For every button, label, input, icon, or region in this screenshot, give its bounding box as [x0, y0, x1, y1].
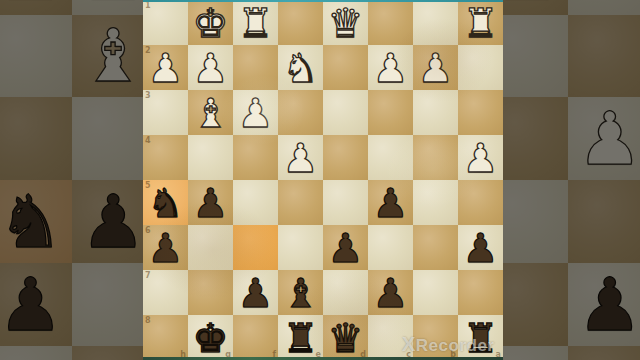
- white-bishop-piece[interactable]: ♝: [193, 93, 229, 133]
- square-h5: ♞5: [0, 180, 72, 263]
- square-b3[interactable]: [413, 90, 458, 135]
- square-c3[interactable]: [368, 90, 413, 135]
- square-b6[interactable]: [413, 225, 458, 270]
- white-king-piece[interactable]: ♚: [193, 3, 229, 43]
- square-f3[interactable]: ♟: [233, 90, 278, 135]
- square-h3[interactable]: 3: [143, 90, 188, 135]
- white-pawn-piece: ♟: [80, 0, 145, 10]
- square-b5[interactable]: [413, 180, 458, 225]
- black-queen-piece[interactable]: ♛: [328, 318, 364, 358]
- square-e7[interactable]: ♝: [278, 270, 323, 315]
- white-pawn-piece[interactable]: ♟: [418, 48, 454, 88]
- square-d6[interactable]: ♟: [323, 225, 368, 270]
- white-pawn-piece[interactable]: ♟: [283, 138, 319, 178]
- square-a7: [568, 346, 640, 360]
- white-bishop-piece: ♝: [80, 19, 145, 92]
- white-queen-piece[interactable]: ♛: [328, 3, 364, 43]
- square-h2: ♟2: [0, 0, 72, 15]
- square-f1[interactable]: ♜: [233, 0, 278, 45]
- black-pawn-piece[interactable]: ♟: [373, 273, 409, 313]
- square-c5[interactable]: ♟: [368, 180, 413, 225]
- black-pawn-piece: ♟: [0, 268, 63, 341]
- square-h6[interactable]: ♟6: [143, 225, 188, 270]
- black-king-piece[interactable]: ♚: [193, 318, 229, 358]
- square-g4[interactable]: [188, 135, 233, 180]
- rank-label-4: 4: [145, 136, 151, 145]
- square-b2[interactable]: ♟: [413, 45, 458, 90]
- black-bishop-piece[interactable]: ♝: [283, 273, 319, 313]
- square-a4[interactable]: ♟: [458, 135, 503, 180]
- square-f4[interactable]: [233, 135, 278, 180]
- square-f6[interactable]: [233, 225, 278, 270]
- square-e4[interactable]: ♟: [278, 135, 323, 180]
- square-h3: 3: [0, 15, 72, 98]
- rank-label-3: 3: [145, 91, 151, 100]
- square-h4: 4: [0, 97, 72, 180]
- square-h7: 7: [0, 346, 72, 360]
- rank-label-8: 8: [145, 316, 151, 325]
- white-pawn-piece[interactable]: ♟: [193, 48, 229, 88]
- square-f5[interactable]: [233, 180, 278, 225]
- square-b4[interactable]: [413, 135, 458, 180]
- square-a6[interactable]: ♟: [458, 225, 503, 270]
- square-e6[interactable]: [278, 225, 323, 270]
- square-g7[interactable]: [188, 270, 233, 315]
- white-pawn-piece[interactable]: ♟: [148, 48, 184, 88]
- black-pawn-piece[interactable]: ♟: [238, 273, 274, 313]
- square-g8[interactable]: ♚g: [188, 315, 233, 360]
- square-f2[interactable]: [233, 45, 278, 90]
- square-e3[interactable]: [278, 90, 323, 135]
- black-pawn-piece[interactable]: ♟: [373, 183, 409, 223]
- white-knight-piece[interactable]: ♞: [283, 48, 319, 88]
- black-pawn-piece[interactable]: ♟: [328, 228, 364, 268]
- square-d3[interactable]: [323, 90, 368, 135]
- square-c2[interactable]: ♟: [368, 45, 413, 90]
- chess-board[interactable]: 1♚♜♛♜♟2♟♞♟♟3♝♟4♟♟♞5♟♟♟6♟♟7♟♝♟8h♚gf♜e♛dcb…: [143, 0, 503, 360]
- square-g5[interactable]: ♟: [188, 180, 233, 225]
- square-e2[interactable]: ♞: [278, 45, 323, 90]
- white-pawn-piece[interactable]: ♟: [463, 138, 499, 178]
- square-g1[interactable]: ♚: [188, 0, 233, 45]
- square-h1[interactable]: 1: [143, 0, 188, 45]
- black-rook-piece[interactable]: ♜: [283, 318, 319, 358]
- black-pawn-piece[interactable]: ♟: [463, 228, 499, 268]
- black-rook-piece[interactable]: ♜: [463, 318, 499, 358]
- rank-label-7: 7: [145, 271, 151, 280]
- square-h8[interactable]: 8h: [143, 315, 188, 360]
- square-d4[interactable]: [323, 135, 368, 180]
- square-d2[interactable]: [323, 45, 368, 90]
- square-g3[interactable]: ♝: [188, 90, 233, 135]
- white-pawn-piece[interactable]: ♟: [373, 48, 409, 88]
- square-d7[interactable]: [323, 270, 368, 315]
- square-a2[interactable]: [458, 45, 503, 90]
- square-a5[interactable]: [458, 180, 503, 225]
- white-pawn-piece: ♟: [0, 0, 63, 10]
- black-knight-piece[interactable]: ♞: [148, 183, 184, 223]
- white-pawn-piece[interactable]: ♟: [238, 93, 274, 133]
- square-e5[interactable]: [278, 180, 323, 225]
- square-h5[interactable]: ♞5: [143, 180, 188, 225]
- square-h2[interactable]: ♟2: [143, 45, 188, 90]
- square-a3: [568, 15, 640, 98]
- square-h7[interactable]: 7: [143, 270, 188, 315]
- board-top-teal-line: [143, 0, 503, 2]
- square-g2[interactable]: ♟: [188, 45, 233, 90]
- rank-label-1: 1: [145, 1, 151, 10]
- square-c8[interactable]: c: [368, 315, 413, 360]
- square-a4: ♟: [568, 97, 640, 180]
- square-a5: [568, 180, 640, 263]
- black-pawn-piece[interactable]: ♟: [193, 183, 229, 223]
- square-a8[interactable]: ♜a: [458, 315, 503, 360]
- white-rook-piece[interactable]: ♜: [463, 3, 499, 43]
- square-a1[interactable]: ♜: [458, 0, 503, 45]
- square-d1[interactable]: ♛: [323, 0, 368, 45]
- square-e8[interactable]: ♜e: [278, 315, 323, 360]
- square-d8[interactable]: ♛d: [323, 315, 368, 360]
- square-e1[interactable]: [278, 0, 323, 45]
- white-pawn-piece: ♟: [494, 0, 559, 10]
- white-rook-piece[interactable]: ♜: [238, 3, 274, 43]
- black-pawn-piece: ♟: [80, 185, 145, 258]
- square-b7[interactable]: [413, 270, 458, 315]
- square-b8[interactable]: b: [413, 315, 458, 360]
- black-pawn-piece: ♟: [577, 268, 640, 341]
- square-g6[interactable]: [188, 225, 233, 270]
- square-f7[interactable]: ♟: [233, 270, 278, 315]
- square-a2: [568, 0, 640, 15]
- square-c4[interactable]: [368, 135, 413, 180]
- square-a7[interactable]: [458, 270, 503, 315]
- app-screen: 1♚♜♛♜♟2♟♞♟♟3♝♟4♟♟♞5♟♟♟6♟♟7♟♝♟8h♚gf♜e♛dcb…: [0, 0, 640, 360]
- square-f8[interactable]: f: [233, 315, 278, 360]
- square-c7[interactable]: ♟: [368, 270, 413, 315]
- square-d5[interactable]: [323, 180, 368, 225]
- square-c1[interactable]: [368, 0, 413, 45]
- square-a6: ♟: [568, 263, 640, 346]
- white-pawn-piece: ♟: [577, 102, 640, 175]
- square-h4[interactable]: 4: [143, 135, 188, 180]
- square-a3[interactable]: [458, 90, 503, 135]
- black-pawn-piece[interactable]: ♟: [148, 228, 184, 268]
- black-knight-piece: ♞: [0, 185, 63, 258]
- square-b1[interactable]: [413, 0, 458, 45]
- square-c6[interactable]: [368, 225, 413, 270]
- square-h6: ♟6: [0, 263, 72, 346]
